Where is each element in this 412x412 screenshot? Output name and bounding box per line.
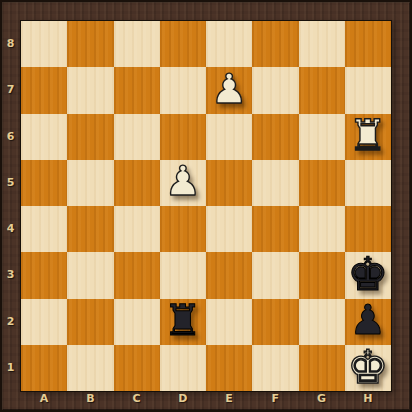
square-g8[interactable]: [299, 21, 345, 67]
rank-label-4: 4: [3, 222, 18, 236]
square-c4[interactable]: [114, 206, 160, 252]
square-h5[interactable]: [345, 160, 391, 206]
black-rook[interactable]: ♜: [164, 299, 203, 342]
square-a7[interactable]: [21, 67, 67, 113]
rank-label-7: 7: [3, 83, 18, 97]
square-f4[interactable]: [252, 206, 298, 252]
square-f1[interactable]: [252, 345, 298, 391]
white-pawn[interactable]: ♟: [164, 161, 201, 202]
black-pawn[interactable]: ♟: [349, 300, 386, 341]
square-c1[interactable]: [114, 345, 160, 391]
file-label-G: G: [312, 391, 332, 406]
chessboard[interactable]: ♟♜♟♚♜♟♚: [20, 20, 392, 392]
square-g4[interactable]: [299, 206, 345, 252]
square-b1[interactable]: [67, 345, 113, 391]
rank-label-5: 5: [3, 176, 18, 190]
square-c3[interactable]: [114, 252, 160, 298]
square-c6[interactable]: [114, 114, 160, 160]
square-g7[interactable]: [299, 67, 345, 113]
square-d8[interactable]: [160, 21, 206, 67]
square-g5[interactable]: [299, 160, 345, 206]
square-e7[interactable]: ♟: [206, 67, 252, 113]
rank-label-3: 3: [3, 268, 18, 282]
square-h2[interactable]: ♟: [345, 299, 391, 345]
square-b3[interactable]: [67, 252, 113, 298]
square-g3[interactable]: [299, 252, 345, 298]
square-a4[interactable]: [21, 206, 67, 252]
square-f8[interactable]: [252, 21, 298, 67]
file-label-C: C: [127, 391, 147, 406]
square-h6[interactable]: ♜: [345, 114, 391, 160]
rank-label-2: 2: [3, 315, 18, 329]
rank-label-1: 1: [3, 361, 18, 375]
square-d4[interactable]: [160, 206, 206, 252]
square-b7[interactable]: [67, 67, 113, 113]
square-g2[interactable]: [299, 299, 345, 345]
square-e5[interactable]: [206, 160, 252, 206]
white-pawn[interactable]: ♟: [211, 69, 248, 110]
square-d1[interactable]: [160, 345, 206, 391]
square-g6[interactable]: [299, 114, 345, 160]
file-label-B: B: [80, 391, 100, 406]
square-c2[interactable]: [114, 299, 160, 345]
square-f2[interactable]: [252, 299, 298, 345]
file-label-F: F: [265, 391, 285, 406]
square-a5[interactable]: [21, 160, 67, 206]
square-c8[interactable]: [114, 21, 160, 67]
square-d6[interactable]: [160, 114, 206, 160]
square-e2[interactable]: [206, 299, 252, 345]
square-f3[interactable]: [252, 252, 298, 298]
square-f7[interactable]: [252, 67, 298, 113]
square-f6[interactable]: [252, 114, 298, 160]
square-b8[interactable]: [67, 21, 113, 67]
square-a1[interactable]: [21, 345, 67, 391]
file-label-E: E: [219, 391, 239, 406]
square-e3[interactable]: [206, 252, 252, 298]
square-e4[interactable]: [206, 206, 252, 252]
square-a2[interactable]: [21, 299, 67, 345]
square-a8[interactable]: [21, 21, 67, 67]
square-h1[interactable]: ♚: [345, 345, 391, 391]
square-h7[interactable]: [345, 67, 391, 113]
chess-app-window: ♟♜♟♚♜♟♚ 87654321ABCDEFGH: [0, 0, 412, 412]
square-h8[interactable]: [345, 21, 391, 67]
square-a3[interactable]: [21, 252, 67, 298]
square-a6[interactable]: [21, 114, 67, 160]
file-label-A: A: [34, 391, 54, 406]
square-e8[interactable]: [206, 21, 252, 67]
square-b5[interactable]: [67, 160, 113, 206]
square-e1[interactable]: [206, 345, 252, 391]
square-e6[interactable]: [206, 114, 252, 160]
square-d2[interactable]: ♜: [160, 299, 206, 345]
square-b6[interactable]: [67, 114, 113, 160]
square-g1[interactable]: [299, 345, 345, 391]
square-h3[interactable]: ♚: [345, 252, 391, 298]
square-c7[interactable]: [114, 67, 160, 113]
square-b4[interactable]: [67, 206, 113, 252]
file-label-D: D: [173, 391, 193, 406]
white-rook[interactable]: ♜: [349, 114, 388, 157]
square-d5[interactable]: ♟: [160, 160, 206, 206]
square-d7[interactable]: [160, 67, 206, 113]
rank-label-6: 6: [3, 130, 18, 144]
black-king[interactable]: ♚: [347, 251, 388, 297]
square-f5[interactable]: [252, 160, 298, 206]
square-c5[interactable]: [114, 160, 160, 206]
square-b2[interactable]: [67, 299, 113, 345]
square-h4[interactable]: [345, 206, 391, 252]
rank-label-8: 8: [3, 37, 18, 51]
square-d3[interactable]: [160, 252, 206, 298]
file-label-H: H: [358, 391, 378, 406]
white-king[interactable]: ♚: [347, 344, 388, 390]
